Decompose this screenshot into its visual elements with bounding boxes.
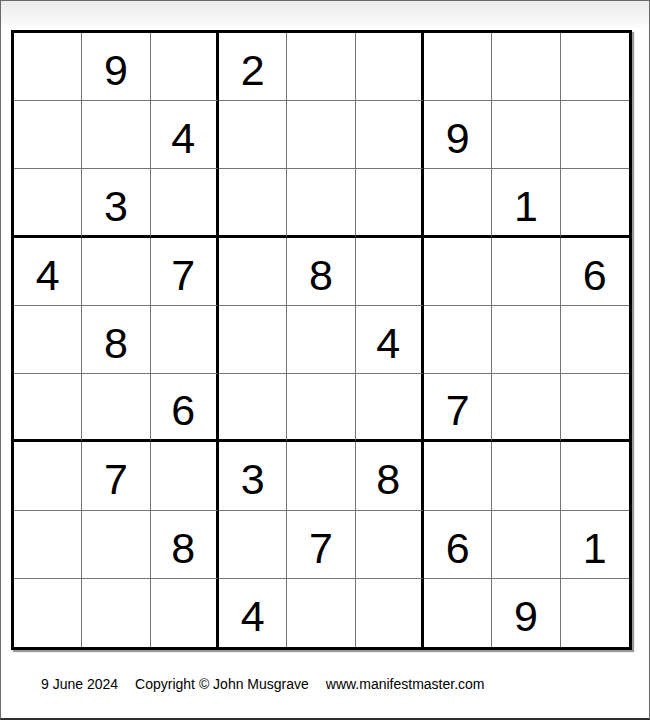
footer: 9 June 2024 Copyright © John Musgrave ww… [41,676,485,692]
cell-r3c8[interactable]: 1 [492,169,560,237]
cell-r8c2[interactable] [82,511,150,579]
cell-r5c5[interactable] [287,306,355,374]
cell-r7c6[interactable]: 8 [356,442,424,510]
cell-r7c2[interactable]: 7 [82,442,150,510]
cell-r5c4[interactable] [219,306,287,374]
cell-r1c1[interactable] [14,33,82,101]
cell-r5c9[interactable] [561,306,629,374]
top-strip [1,1,649,28]
cell-r1c2[interactable]: 9 [82,33,150,101]
website-url: www.manifestmaster.com [326,676,485,692]
copyright-text: Copyright © John Musgrave [135,676,309,692]
cell-r4c8[interactable] [492,238,560,306]
cell-r7c5[interactable] [287,442,355,510]
cell-r9c6[interactable] [356,579,424,647]
cell-r2c9[interactable] [561,101,629,169]
cell-r5c3[interactable] [151,306,219,374]
cell-r9c3[interactable] [151,579,219,647]
cell-r3c6[interactable] [356,169,424,237]
cell-r3c5[interactable] [287,169,355,237]
cell-r1c8[interactable] [492,33,560,101]
cell-r4c9[interactable]: 6 [561,238,629,306]
cell-r6c8[interactable] [492,374,560,442]
cell-r1c9[interactable] [561,33,629,101]
cell-r1c4[interactable]: 2 [219,33,287,101]
cell-r6c4[interactable] [219,374,287,442]
cell-r1c6[interactable] [356,33,424,101]
cell-r2c7[interactable]: 9 [424,101,492,169]
cell-r6c7[interactable]: 7 [424,374,492,442]
cell-r7c1[interactable] [14,442,82,510]
cell-r5c8[interactable] [492,306,560,374]
sudoku-board: 92493147868467738876149 [11,30,632,650]
cell-r7c7[interactable] [424,442,492,510]
cell-r8c5[interactable]: 7 [287,511,355,579]
cell-r1c3[interactable] [151,33,219,101]
cell-r2c8[interactable] [492,101,560,169]
cell-r7c3[interactable] [151,442,219,510]
puzzle-date: 9 June 2024 [41,676,118,692]
cell-r6c2[interactable] [82,374,150,442]
cell-r4c7[interactable] [424,238,492,306]
cell-r9c7[interactable] [424,579,492,647]
page: 92493147868467738876149 9 June 2024 Copy… [0,0,650,720]
cell-r2c3[interactable]: 4 [151,101,219,169]
cell-r9c2[interactable] [82,579,150,647]
cell-r8c8[interactable] [492,511,560,579]
cell-r8c1[interactable] [14,511,82,579]
cell-r8c9[interactable]: 1 [561,511,629,579]
cell-r5c1[interactable] [14,306,82,374]
cell-r8c7[interactable]: 6 [424,511,492,579]
cell-r1c5[interactable] [287,33,355,101]
cell-r2c6[interactable] [356,101,424,169]
cell-r3c9[interactable] [561,169,629,237]
cell-r6c6[interactable] [356,374,424,442]
cell-r4c3[interactable]: 7 [151,238,219,306]
cell-r4c1[interactable]: 4 [14,238,82,306]
cell-r3c3[interactable] [151,169,219,237]
cell-r2c5[interactable] [287,101,355,169]
cell-r4c4[interactable] [219,238,287,306]
cell-r4c2[interactable] [82,238,150,306]
cell-r7c4[interactable]: 3 [219,442,287,510]
cell-r9c4[interactable]: 4 [219,579,287,647]
cell-r6c1[interactable] [14,374,82,442]
cell-r5c2[interactable]: 8 [82,306,150,374]
cell-r2c1[interactable] [14,101,82,169]
cell-r4c6[interactable] [356,238,424,306]
cell-r2c4[interactable] [219,101,287,169]
cell-r6c3[interactable]: 6 [151,374,219,442]
cell-r4c5[interactable]: 8 [287,238,355,306]
cell-r9c5[interactable] [287,579,355,647]
cell-r8c6[interactable] [356,511,424,579]
cell-r8c4[interactable] [219,511,287,579]
cell-r5c6[interactable]: 4 [356,306,424,374]
cell-r9c8[interactable]: 9 [492,579,560,647]
cell-r2c2[interactable] [82,101,150,169]
cell-r7c9[interactable] [561,442,629,510]
cell-r6c5[interactable] [287,374,355,442]
cell-r3c1[interactable] [14,169,82,237]
cell-r1c7[interactable] [424,33,492,101]
cell-r7c8[interactable] [492,442,560,510]
cell-r3c4[interactable] [219,169,287,237]
cell-r3c2[interactable]: 3 [82,169,150,237]
cell-r9c1[interactable] [14,579,82,647]
cell-r8c3[interactable]: 8 [151,511,219,579]
cell-r6c9[interactable] [561,374,629,442]
cell-r9c9[interactable] [561,579,629,647]
cell-r3c7[interactable] [424,169,492,237]
cell-r5c7[interactable] [424,306,492,374]
